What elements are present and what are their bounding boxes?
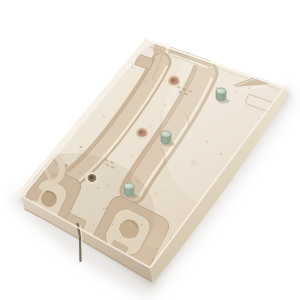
vent-hole: [168, 76, 180, 87]
product-photo: [0, 0, 300, 300]
vent-hole: [85, 172, 98, 184]
mold-illustration: [0, 0, 300, 300]
vent-hole: [136, 128, 148, 139]
